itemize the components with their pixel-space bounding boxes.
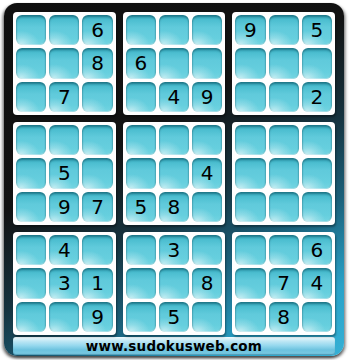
cell-r8c2[interactable]: 3 [49, 268, 79, 298]
cell-r1c3[interactable]: 6 [82, 15, 112, 45]
cell-r1c5[interactable] [159, 15, 189, 45]
cell-r3c2[interactable]: 7 [49, 82, 79, 112]
cell-r8c3[interactable]: 1 [82, 268, 112, 298]
cell-r6c4[interactable]: 5 [126, 192, 156, 222]
cell-r8c5[interactable] [159, 268, 189, 298]
cell-r6c7[interactable] [235, 192, 265, 222]
cell-r2c2[interactable] [49, 48, 79, 78]
cell-r5c9[interactable] [302, 158, 332, 188]
cell-r5c7[interactable] [235, 158, 265, 188]
cell-r1c9[interactable]: 5 [302, 15, 332, 45]
cell-r4c3[interactable] [82, 125, 112, 155]
cell-r3c1[interactable] [16, 82, 46, 112]
cell-r6c1[interactable] [16, 192, 46, 222]
cell-r2c9[interactable] [302, 48, 332, 78]
cell-r8c4[interactable] [126, 268, 156, 298]
cell-r5c4[interactable] [126, 158, 156, 188]
box-r1c1: 458 [123, 122, 226, 225]
cell-r3c5[interactable]: 4 [159, 82, 189, 112]
cell-r7c8[interactable] [269, 235, 299, 265]
cell-r1c4[interactable] [126, 15, 156, 45]
cell-r6c2[interactable]: 9 [49, 192, 79, 222]
cell-r9c4[interactable] [126, 302, 156, 332]
cell-r8c8[interactable]: 7 [269, 268, 299, 298]
sudoku-grid: 68764995259745843193856748 [13, 12, 335, 335]
website-url: www.sudokusweb.com [86, 338, 262, 354]
cell-r1c1[interactable] [16, 15, 46, 45]
cell-r4c2[interactable] [49, 125, 79, 155]
cell-r4c8[interactable] [269, 125, 299, 155]
box-r0c1: 649 [123, 12, 226, 115]
cell-r4c5[interactable] [159, 125, 189, 155]
cell-r6c6[interactable] [192, 192, 222, 222]
sudoku-board-frame: 68764995259745843193856748 www.sudokuswe… [4, 3, 344, 356]
cell-r9c5[interactable]: 5 [159, 302, 189, 332]
box-r1c0: 597 [13, 122, 116, 225]
cell-r7c9[interactable]: 6 [302, 235, 332, 265]
cell-r7c4[interactable] [126, 235, 156, 265]
cell-r2c4[interactable]: 6 [126, 48, 156, 78]
cell-r8c6[interactable]: 8 [192, 268, 222, 298]
cell-r9c9[interactable] [302, 302, 332, 332]
footer-bar: www.sudokusweb.com [13, 337, 335, 355]
cell-r4c9[interactable] [302, 125, 332, 155]
cell-r3c3[interactable] [82, 82, 112, 112]
cell-r7c6[interactable] [192, 235, 222, 265]
box-r1c2 [232, 122, 335, 225]
cell-r3c8[interactable] [269, 82, 299, 112]
cell-r7c3[interactable] [82, 235, 112, 265]
box-r2c2: 6748 [232, 232, 335, 335]
cell-r6c9[interactable] [302, 192, 332, 222]
cell-r9c6[interactable] [192, 302, 222, 332]
cell-r5c2[interactable]: 5 [49, 158, 79, 188]
box-r2c1: 385 [123, 232, 226, 335]
cell-r1c7[interactable]: 9 [235, 15, 265, 45]
cell-r1c6[interactable] [192, 15, 222, 45]
cell-r6c5[interactable]: 8 [159, 192, 189, 222]
cell-r5c3[interactable] [82, 158, 112, 188]
cell-r9c7[interactable] [235, 302, 265, 332]
cell-r2c5[interactable] [159, 48, 189, 78]
cell-r2c3[interactable]: 8 [82, 48, 112, 78]
cell-r9c1[interactable] [16, 302, 46, 332]
cell-r7c1[interactable] [16, 235, 46, 265]
cell-r1c8[interactable] [269, 15, 299, 45]
cell-r4c4[interactable] [126, 125, 156, 155]
cell-r2c6[interactable] [192, 48, 222, 78]
cell-r5c5[interactable] [159, 158, 189, 188]
cell-r4c6[interactable] [192, 125, 222, 155]
cell-r2c1[interactable] [16, 48, 46, 78]
cell-r5c8[interactable] [269, 158, 299, 188]
cell-r8c7[interactable] [235, 268, 265, 298]
cell-r6c8[interactable] [269, 192, 299, 222]
cell-r3c6[interactable]: 9 [192, 82, 222, 112]
cell-r9c3[interactable]: 9 [82, 302, 112, 332]
cell-r3c7[interactable] [235, 82, 265, 112]
box-r0c0: 687 [13, 12, 116, 115]
cell-r7c5[interactable]: 3 [159, 235, 189, 265]
cell-r9c2[interactable] [49, 302, 79, 332]
cell-r8c1[interactable] [16, 268, 46, 298]
cell-r5c1[interactable] [16, 158, 46, 188]
cell-r3c9[interactable]: 2 [302, 82, 332, 112]
cell-r7c7[interactable] [235, 235, 265, 265]
cell-r4c1[interactable] [16, 125, 46, 155]
box-r0c2: 952 [232, 12, 335, 115]
cell-r2c8[interactable] [269, 48, 299, 78]
cell-r7c2[interactable]: 4 [49, 235, 79, 265]
cell-r1c2[interactable] [49, 15, 79, 45]
cell-r3c4[interactable] [126, 82, 156, 112]
box-r2c0: 4319 [13, 232, 116, 335]
cell-r4c7[interactable] [235, 125, 265, 155]
cell-r9c8[interactable]: 8 [269, 302, 299, 332]
cell-r5c6[interactable]: 4 [192, 158, 222, 188]
cell-r8c9[interactable]: 4 [302, 268, 332, 298]
cell-r2c7[interactable] [235, 48, 265, 78]
cell-r6c3[interactable]: 7 [82, 192, 112, 222]
